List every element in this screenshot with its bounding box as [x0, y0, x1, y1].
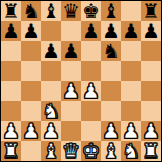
square-d3[interactable]	[61, 101, 81, 121]
square-a7[interactable]: ♟	[1, 21, 21, 41]
square-b4[interactable]	[21, 81, 41, 101]
square-c5[interactable]	[41, 61, 61, 81]
square-e2[interactable]	[81, 121, 101, 141]
square-d7[interactable]	[61, 21, 81, 41]
square-e3[interactable]	[81, 101, 101, 121]
piece-white-knight[interactable]: ♞	[122, 141, 140, 161]
piece-white-pawn[interactable]: ♟	[82, 81, 100, 101]
square-c6[interactable]: ♟	[41, 41, 61, 61]
square-c7[interactable]	[41, 21, 61, 41]
piece-white-bishop[interactable]: ♝	[102, 141, 120, 161]
piece-white-pawn[interactable]: ♟	[142, 121, 160, 141]
square-d2[interactable]	[61, 121, 81, 141]
square-h4[interactable]	[141, 81, 161, 101]
square-b2[interactable]: ♟	[21, 121, 41, 141]
square-e8[interactable]: ♚	[81, 1, 101, 21]
square-b8[interactable]: ♞	[21, 1, 41, 21]
piece-black-pawn[interactable]: ♟	[142, 21, 160, 41]
square-g4[interactable]	[121, 81, 141, 101]
piece-black-king[interactable]: ♚	[82, 1, 100, 21]
square-b7[interactable]: ♟	[21, 21, 41, 41]
square-e1[interactable]: ♚	[81, 141, 101, 161]
square-c8[interactable]: ♝	[41, 1, 61, 21]
square-f1[interactable]: ♝	[101, 141, 121, 161]
piece-black-rook[interactable]: ♜	[142, 1, 160, 21]
square-a8[interactable]: ♜	[1, 1, 21, 21]
square-d5[interactable]	[61, 61, 81, 81]
square-h7[interactable]: ♟	[141, 21, 161, 41]
square-f4[interactable]	[101, 81, 121, 101]
square-h6[interactable]	[141, 41, 161, 61]
piece-black-queen[interactable]: ♛	[62, 1, 80, 21]
square-c3[interactable]: ♞	[41, 101, 61, 121]
square-f7[interactable]: ♟	[101, 21, 121, 41]
square-g3[interactable]	[121, 101, 141, 121]
square-a3[interactable]	[1, 101, 21, 121]
piece-white-pawn[interactable]: ♟	[122, 121, 140, 141]
piece-black-knight[interactable]: ♞	[102, 41, 120, 61]
square-a5[interactable]	[1, 61, 21, 81]
square-g2[interactable]: ♟	[121, 121, 141, 141]
piece-black-pawn[interactable]: ♟	[122, 21, 140, 41]
square-g7[interactable]: ♟	[121, 21, 141, 41]
piece-black-pawn[interactable]: ♟	[62, 41, 80, 61]
piece-black-knight[interactable]: ♞	[22, 1, 40, 21]
piece-white-pawn[interactable]: ♟	[42, 121, 60, 141]
piece-white-pawn[interactable]: ♟	[102, 121, 120, 141]
piece-black-pawn[interactable]: ♟	[42, 41, 60, 61]
piece-black-pawn[interactable]: ♟	[102, 21, 120, 41]
square-f2[interactable]: ♟	[101, 121, 121, 141]
square-a4[interactable]	[1, 81, 21, 101]
square-b1[interactable]	[21, 141, 41, 161]
piece-black-rook[interactable]: ♜	[2, 1, 20, 21]
square-h5[interactable]	[141, 61, 161, 81]
square-f6[interactable]: ♞	[101, 41, 121, 61]
square-d1[interactable]: ♛	[61, 141, 81, 161]
piece-white-knight[interactable]: ♞	[42, 101, 60, 121]
piece-white-rook[interactable]: ♜	[142, 141, 160, 161]
piece-black-pawn[interactable]: ♟	[22, 21, 40, 41]
chess-board-wrapper: ♜♞♝♛♚♝♜♟♟♟♟♟♟♟♟♞♟♟♞♟♟♟♟♟♟♜♝♛♚♝♞♜	[0, 0, 162, 162]
square-e4[interactable]: ♟	[81, 81, 101, 101]
square-a2[interactable]: ♟	[1, 121, 21, 141]
piece-white-pawn[interactable]: ♟	[62, 81, 80, 101]
piece-white-king[interactable]: ♚	[82, 141, 100, 161]
square-a6[interactable]	[1, 41, 21, 61]
square-e5[interactable]	[81, 61, 101, 81]
square-b6[interactable]	[21, 41, 41, 61]
square-f3[interactable]	[101, 101, 121, 121]
square-g8[interactable]	[121, 1, 141, 21]
piece-black-bishop[interactable]: ♝	[102, 1, 120, 21]
piece-white-pawn[interactable]: ♟	[2, 121, 20, 141]
chess-board: ♜♞♝♛♚♝♜♟♟♟♟♟♟♟♟♞♟♟♞♟♟♟♟♟♟♜♝♛♚♝♞♜	[0, 0, 162, 162]
square-f5[interactable]	[101, 61, 121, 81]
square-g1[interactable]: ♞	[121, 141, 141, 161]
square-d4[interactable]: ♟	[61, 81, 81, 101]
square-a1[interactable]: ♜	[1, 141, 21, 161]
square-h3[interactable]	[141, 101, 161, 121]
square-g5[interactable]	[121, 61, 141, 81]
piece-black-bishop[interactable]: ♝	[42, 1, 60, 21]
piece-black-pawn[interactable]: ♟	[2, 21, 20, 41]
square-c2[interactable]: ♟	[41, 121, 61, 141]
square-c4[interactable]	[41, 81, 61, 101]
piece-black-pawn[interactable]: ♟	[82, 21, 100, 41]
square-g6[interactable]	[121, 41, 141, 61]
square-e7[interactable]: ♟	[81, 21, 101, 41]
square-b5[interactable]	[21, 61, 41, 81]
square-h2[interactable]: ♟	[141, 121, 161, 141]
square-f8[interactable]: ♝	[101, 1, 121, 21]
square-h1[interactable]: ♜	[141, 141, 161, 161]
piece-white-bishop[interactable]: ♝	[42, 141, 60, 161]
piece-white-rook[interactable]: ♜	[2, 141, 20, 161]
square-d6[interactable]: ♟	[61, 41, 81, 61]
square-h8[interactable]: ♜	[141, 1, 161, 21]
square-e6[interactable]	[81, 41, 101, 61]
piece-white-queen[interactable]: ♛	[62, 141, 80, 161]
piece-white-pawn[interactable]: ♟	[22, 121, 40, 141]
square-d8[interactable]: ♛	[61, 1, 81, 21]
square-c1[interactable]: ♝	[41, 141, 61, 161]
square-b3[interactable]	[21, 101, 41, 121]
